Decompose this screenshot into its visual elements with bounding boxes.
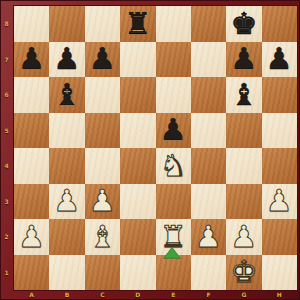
square-b3[interactable]: ♟ xyxy=(49,184,84,220)
piece-white-bishop[interactable]: ♝ xyxy=(85,219,120,255)
square-f8[interactable] xyxy=(191,6,226,42)
chessboard: ♜♚♟♟♟♟♟♝♝♟♞♟♟♟♟♝♜♟♟♚ xyxy=(14,6,297,290)
piece-white-pawn[interactable]: ♟ xyxy=(191,219,226,255)
square-e5[interactable]: ♟ xyxy=(156,113,191,149)
square-d7[interactable] xyxy=(120,42,155,78)
piece-black-pawn[interactable]: ♟ xyxy=(49,42,84,78)
piece-black-king[interactable]: ♚ xyxy=(226,6,261,42)
rank-label-5: 5 xyxy=(1,127,12,134)
square-a5[interactable] xyxy=(14,113,49,149)
file-label-d: D xyxy=(132,291,144,298)
piece-white-pawn[interactable]: ♟ xyxy=(262,184,297,220)
piece-black-pawn[interactable]: ♟ xyxy=(226,42,261,78)
piece-black-bishop[interactable]: ♝ xyxy=(49,77,84,113)
piece-black-pawn[interactable]: ♟ xyxy=(85,42,120,78)
square-d8[interactable]: ♜ xyxy=(120,6,155,42)
square-c4[interactable] xyxy=(85,148,120,184)
square-a7[interactable]: ♟ xyxy=(14,42,49,78)
square-a6[interactable] xyxy=(14,77,49,113)
piece-black-pawn[interactable]: ♟ xyxy=(14,42,49,78)
piece-black-bishop[interactable]: ♝ xyxy=(226,77,261,113)
file-label-e: E xyxy=(167,291,179,298)
square-f5[interactable] xyxy=(191,113,226,149)
square-f6[interactable] xyxy=(191,77,226,113)
square-e3[interactable] xyxy=(156,184,191,220)
square-d3[interactable] xyxy=(120,184,155,220)
file-label-a: A xyxy=(26,291,38,298)
piece-white-king[interactable]: ♚ xyxy=(226,255,261,291)
square-c6[interactable] xyxy=(85,77,120,113)
square-h4[interactable] xyxy=(262,148,297,184)
square-d2[interactable] xyxy=(120,219,155,255)
square-h8[interactable] xyxy=(262,6,297,42)
piece-white-pawn[interactable]: ♟ xyxy=(85,184,120,220)
square-c7[interactable]: ♟ xyxy=(85,42,120,78)
square-d1[interactable] xyxy=(120,255,155,291)
square-c2[interactable]: ♝ xyxy=(85,219,120,255)
piece-white-knight[interactable]: ♞ xyxy=(156,148,191,184)
file-label-f: F xyxy=(203,291,215,298)
piece-black-pawn[interactable]: ♟ xyxy=(262,42,297,78)
square-g1[interactable]: ♚ xyxy=(226,255,261,291)
square-f1[interactable] xyxy=(191,255,226,291)
file-label-b: B xyxy=(61,291,73,298)
piece-white-pawn[interactable]: ♟ xyxy=(226,219,261,255)
square-c8[interactable] xyxy=(85,6,120,42)
rank-label-1: 1 xyxy=(1,269,12,276)
square-a2[interactable]: ♟ xyxy=(14,219,49,255)
file-label-g: G xyxy=(238,291,250,298)
piece-white-pawn[interactable]: ♟ xyxy=(14,219,49,255)
square-e4[interactable]: ♞ xyxy=(156,148,191,184)
square-a4[interactable] xyxy=(14,148,49,184)
square-g3[interactable] xyxy=(226,184,261,220)
square-d5[interactable] xyxy=(120,113,155,149)
square-d6[interactable] xyxy=(120,77,155,113)
rank-label-6: 6 xyxy=(1,91,12,98)
square-g5[interactable] xyxy=(226,113,261,149)
square-e2[interactable]: ♜ xyxy=(156,219,191,255)
square-h3[interactable]: ♟ xyxy=(262,184,297,220)
square-b5[interactable] xyxy=(49,113,84,149)
square-b4[interactable] xyxy=(49,148,84,184)
square-c3[interactable]: ♟ xyxy=(85,184,120,220)
square-b8[interactable] xyxy=(49,6,84,42)
file-labels: ABCDEFGH xyxy=(14,290,297,300)
square-g8[interactable]: ♚ xyxy=(226,6,261,42)
square-h7[interactable]: ♟ xyxy=(262,42,297,78)
piece-white-rook[interactable]: ♜ xyxy=(156,219,191,255)
rank-label-8: 8 xyxy=(1,20,12,27)
square-c1[interactable] xyxy=(85,255,120,291)
square-f4[interactable] xyxy=(191,148,226,184)
square-g4[interactable] xyxy=(226,148,261,184)
square-f3[interactable] xyxy=(191,184,226,220)
rank-label-4: 4 xyxy=(1,162,12,169)
square-a8[interactable] xyxy=(14,6,49,42)
square-b1[interactable] xyxy=(49,255,84,291)
piece-black-pawn[interactable]: ♟ xyxy=(156,113,191,149)
square-h6[interactable] xyxy=(262,77,297,113)
square-c5[interactable] xyxy=(85,113,120,149)
square-e7[interactable] xyxy=(156,42,191,78)
file-label-c: C xyxy=(96,291,108,298)
square-b2[interactable] xyxy=(49,219,84,255)
square-h2[interactable] xyxy=(262,219,297,255)
square-h1[interactable] xyxy=(262,255,297,291)
square-e6[interactable] xyxy=(156,77,191,113)
square-e1[interactable] xyxy=(156,255,191,291)
square-a3[interactable] xyxy=(14,184,49,220)
square-a1[interactable] xyxy=(14,255,49,291)
piece-black-rook[interactable]: ♜ xyxy=(120,6,155,42)
square-f2[interactable]: ♟ xyxy=(191,219,226,255)
chessboard-frame: ♜♚♟♟♟♟♟♝♝♟♞♟♟♟♟♝♜♟♟♚ 87654321 ABCDEFGH xyxy=(0,0,300,300)
square-g6[interactable]: ♝ xyxy=(226,77,261,113)
file-label-h: H xyxy=(273,291,285,298)
square-h5[interactable] xyxy=(262,113,297,149)
square-b7[interactable]: ♟ xyxy=(49,42,84,78)
square-g2[interactable]: ♟ xyxy=(226,219,261,255)
square-g7[interactable]: ♟ xyxy=(226,42,261,78)
square-b6[interactable]: ♝ xyxy=(49,77,84,113)
rank-label-7: 7 xyxy=(1,56,12,63)
rank-labels: 87654321 xyxy=(1,6,14,290)
piece-white-pawn[interactable]: ♟ xyxy=(49,184,84,220)
rank-label-2: 2 xyxy=(1,233,12,240)
square-f7[interactable] xyxy=(191,42,226,78)
square-d4[interactable] xyxy=(120,148,155,184)
square-e8[interactable] xyxy=(156,6,191,42)
rank-label-3: 3 xyxy=(1,198,12,205)
